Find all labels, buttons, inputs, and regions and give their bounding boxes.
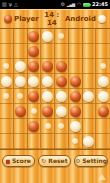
red-piece [56,76,67,87]
board-cell-e4 [55,74,69,89]
board-cell-a4 [0,74,14,89]
board-cell-c2 [28,44,42,59]
left-player: Player [4,15,39,23]
board-cell-f6 [69,104,83,119]
board-cell-h8[interactable] [96,134,110,149]
left-player-name: Player [14,15,39,23]
right-player: Android [65,15,106,23]
setting-button-label: Setting [82,155,107,167]
score-button-label: Score [12,155,31,167]
board-cell-g6[interactable] [83,104,97,119]
board-cell-b5[interactable] [14,89,28,104]
white-piece [98,91,109,102]
move-hint[interactable] [3,63,9,69]
board-cell-f3[interactable] [69,59,83,74]
board-cell-c8[interactable] [28,134,42,149]
board-cell-g8 [83,134,97,149]
board-cell-a6[interactable] [0,104,14,119]
battery-icon [83,3,90,7]
board-cell-b1[interactable] [14,29,28,44]
move-hint[interactable] [58,33,64,39]
red-piece [98,106,109,117]
board-cell-d7[interactable] [41,119,55,134]
board-cell-e5 [55,89,69,104]
board-cell-c3 [28,59,42,74]
red-piece [70,106,81,117]
board-cell-f4 [69,74,83,89]
score-button[interactable]: ▆ Score [2,155,35,167]
board-cell-c7 [28,119,42,134]
board-cell-a1[interactable] [0,29,14,44]
usb-icon: ψ [9,0,12,9]
move-hint[interactable] [100,63,106,69]
score-text: 14 : 14 [39,11,65,27]
corner-decoration [98,174,106,180]
board-cell-f2[interactable] [69,44,83,59]
red-disc-icon [4,15,12,23]
board-cell-e3 [55,59,69,74]
board-cell-e8[interactable] [55,134,69,149]
white-piece [56,91,67,102]
board-cell-b6 [14,104,28,119]
status-icons-right: ⚙ ▂▄▆ ◠ 22:45 [60,0,108,9]
red-piece [42,61,53,72]
board-cell-e7[interactable] [55,119,69,134]
score-header: Player 14 : 14 Android [0,9,110,28]
board-cell-a3[interactable] [0,59,14,74]
white-piece [42,76,53,87]
board-cell-d3 [41,59,55,74]
warning-triangle-icon: △ [14,0,18,9]
board-cell-c5 [28,89,42,104]
red-piece [70,91,81,102]
board-cell-a8[interactable] [0,134,14,149]
move-hint[interactable] [72,138,78,144]
setting-button[interactable]: ⚙ Setting [74,155,108,167]
clock-text: 22:45 [92,0,108,9]
red-piece [15,106,26,117]
move-hint[interactable] [58,123,64,129]
board-cell-a7[interactable] [0,119,14,134]
wifi-icon: ◠ [77,0,81,9]
white-piece [15,76,26,87]
board-cell-c1 [28,29,42,44]
white-piece [1,76,12,87]
reset-button-label: Reset [48,155,67,167]
board-cell-h4 [96,74,110,89]
board-cell-b3 [14,59,28,74]
board-cell-e2[interactable] [55,44,69,59]
red-piece [42,106,53,117]
board-cell-d2[interactable] [41,44,55,59]
board-cell-g3[interactable] [83,59,97,74]
reset-icon: ↻ [41,158,46,164]
move-hint[interactable] [45,123,51,129]
button-bar: ▆ Score ↻ Reset ⚙ Setting [0,155,110,167]
board-cell-h5 [96,89,110,104]
board-cell-f8[interactable] [69,134,83,149]
reset-button[interactable]: ↻ Reset [38,155,71,167]
board-cell-c6[interactable] [28,104,42,119]
move-hint[interactable] [31,108,37,114]
move-hint[interactable] [17,93,23,99]
board-cell-h3[interactable] [96,59,110,74]
white-piece [98,76,109,87]
board-cell-a2[interactable] [0,44,14,59]
red-piece [28,61,39,72]
status-icons-left: ▨ ψ △ [2,0,18,9]
board-cell-a5[interactable] [0,89,14,104]
white-piece [28,76,39,87]
board-cell-f1[interactable] [69,29,83,44]
white-piece [70,121,81,132]
red-piece [28,31,39,42]
white-piece [42,91,53,102]
board[interactable] [0,28,110,150]
board-cell-h6 [96,104,110,119]
board-cell-d1 [41,29,55,44]
board-cell-e6 [55,104,69,119]
board-cell-g7[interactable] [83,119,97,134]
gear-icon: ⚙ [60,0,64,9]
white-piece [83,136,94,147]
board-cell-g4[interactable] [83,74,97,89]
board-cell-g1[interactable] [83,29,97,44]
board-cell-g5 [83,89,97,104]
move-hint[interactable] [3,93,9,99]
right-player-name: Android [65,15,96,23]
white-piece [56,106,67,117]
board-cell-h1[interactable] [96,29,110,44]
sim-card-icon: ▨ [2,0,7,9]
board-cell-h7[interactable] [96,119,110,134]
red-piece [28,46,39,57]
board-cell-g2[interactable] [83,44,97,59]
board-cell-d5 [41,89,55,104]
chart-icon: ▆ [6,158,10,164]
app-screen: ▨ ψ △ ⚙ ▂▄▆ ◠ 22:45 Player 14 : 14 Andro… [0,0,110,183]
board-cell-f5 [69,89,83,104]
red-piece [28,121,39,132]
white-piece [42,31,53,42]
red-piece [70,76,81,87]
board-cell-b2[interactable] [14,44,28,59]
board-cell-d8[interactable] [41,134,55,149]
board-cell-h2[interactable] [96,44,110,59]
red-piece [28,91,39,102]
white-piece [83,91,94,102]
board-cell-b4 [14,74,28,89]
board-cell-e1[interactable] [55,29,69,44]
status-bar: ▨ ψ △ ⚙ ▂▄▆ ◠ 22:45 [0,0,110,9]
wrench-icon: ⚙ [75,158,80,164]
board-cell-b8[interactable] [14,134,28,149]
red-piece [56,61,67,72]
board-cell-c4 [28,74,42,89]
board-cell-b7[interactable] [14,119,28,134]
board-cell-f7 [69,119,83,134]
white-disc-icon [98,15,106,23]
white-piece [15,61,26,72]
signal-strength-icon: ▂▄▆ [67,0,75,9]
board-cell-d6 [41,104,55,119]
board-cell-d4 [41,74,55,89]
